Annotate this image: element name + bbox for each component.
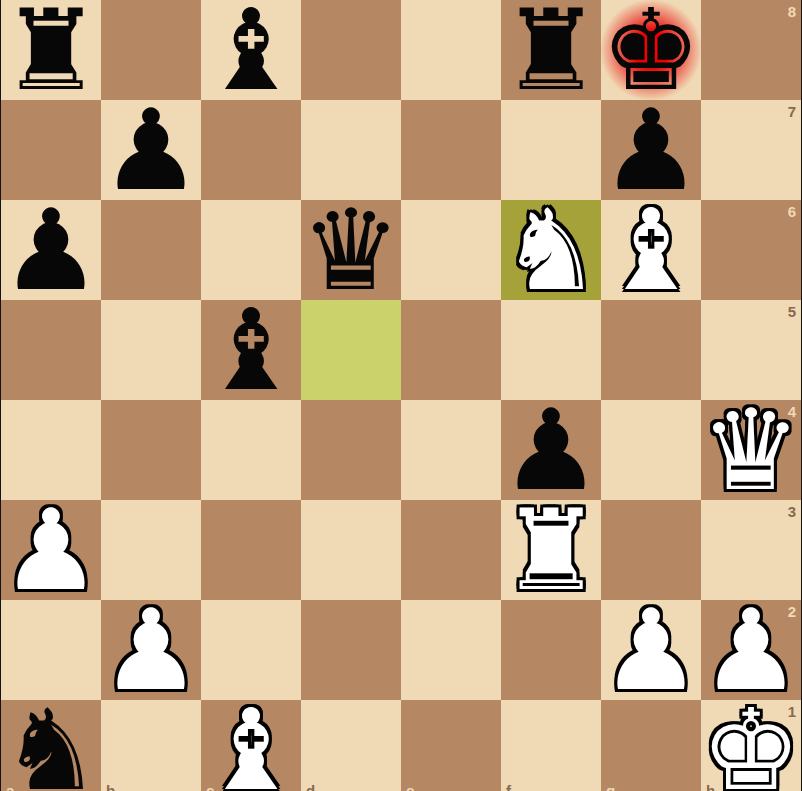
square-e7[interactable] — [401, 100, 501, 200]
square-f6[interactable]: ♞ — [501, 200, 601, 300]
square-c4[interactable] — [201, 400, 301, 500]
white-rook[interactable]: ♜ — [501, 500, 601, 600]
square-g4[interactable] — [601, 400, 701, 500]
black-bishop[interactable]: ♝ — [201, 0, 301, 100]
white-pawn[interactable]: ♟ — [601, 600, 701, 700]
square-d1[interactable]: d — [301, 700, 401, 791]
file-label-e: e — [406, 782, 414, 791]
square-b6[interactable] — [101, 200, 201, 300]
black-pawn[interactable]: ♟ — [1, 200, 101, 300]
square-g2[interactable]: ♟ — [601, 600, 701, 700]
square-d4[interactable] — [301, 400, 401, 500]
black-rook[interactable]: ♜ — [1, 0, 101, 100]
file-label-b: b — [106, 782, 115, 791]
square-e6[interactable] — [401, 200, 501, 300]
square-e1[interactable]: e — [401, 700, 501, 791]
square-h1[interactable]: ♚1h — [701, 700, 801, 791]
rank-label-8: 8 — [788, 3, 796, 20]
square-h8[interactable]: 8 — [701, 0, 801, 100]
square-c1[interactable]: ♝c — [201, 700, 301, 791]
black-pawn[interactable]: ♟ — [101, 100, 201, 200]
black-bishop[interactable]: ♝ — [201, 300, 301, 400]
square-f3[interactable]: ♜ — [501, 500, 601, 600]
square-a6[interactable]: ♟ — [1, 200, 101, 300]
square-h7[interactable]: 7 — [701, 100, 801, 200]
white-pawn[interactable]: ♟ — [1, 500, 101, 600]
square-e3[interactable] — [401, 500, 501, 600]
file-label-f: f — [506, 782, 511, 791]
square-b7[interactable]: ♟ — [101, 100, 201, 200]
rank-label-6: 6 — [788, 203, 796, 220]
square-e8[interactable] — [401, 0, 501, 100]
square-e2[interactable] — [401, 600, 501, 700]
square-h4[interactable]: ♛4 — [701, 400, 801, 500]
black-knight[interactable]: ♞ — [1, 700, 101, 791]
square-b2[interactable]: ♟ — [101, 600, 201, 700]
white-pawn[interactable]: ♟ — [101, 600, 201, 700]
square-b5[interactable] — [101, 300, 201, 400]
white-king[interactable]: ♚ — [701, 700, 801, 791]
white-bishop[interactable]: ♝ — [201, 700, 301, 791]
square-g5[interactable] — [601, 300, 701, 400]
square-h6[interactable]: 6 — [701, 200, 801, 300]
square-a1[interactable]: ♞a — [1, 700, 101, 791]
square-d5[interactable] — [301, 300, 401, 400]
square-a3[interactable]: ♟ — [1, 500, 101, 600]
square-c7[interactable] — [201, 100, 301, 200]
white-knight[interactable]: ♞ — [501, 200, 601, 300]
white-queen[interactable]: ♛ — [701, 400, 801, 500]
black-queen[interactable]: ♛ — [301, 200, 401, 300]
square-g6[interactable]: ♝ — [601, 200, 701, 300]
black-rook[interactable]: ♜ — [501, 0, 601, 100]
square-f2[interactable] — [501, 600, 601, 700]
chess-board: ♜♝♜♚8♟♟7♟♛♞♝6♝5♟♛4♟♜3♟♟♟2♞ab♝cdefg♚1h — [1, 0, 801, 791]
square-a8[interactable]: ♜ — [1, 0, 101, 100]
square-f8[interactable]: ♜ — [501, 0, 601, 100]
square-e4[interactable] — [401, 400, 501, 500]
square-e5[interactable] — [401, 300, 501, 400]
square-c5[interactable]: ♝ — [201, 300, 301, 400]
square-b4[interactable] — [101, 400, 201, 500]
square-d8[interactable] — [301, 0, 401, 100]
square-d2[interactable] — [301, 600, 401, 700]
square-c8[interactable]: ♝ — [201, 0, 301, 100]
rank-label-7: 7 — [788, 103, 796, 120]
file-label-d: d — [306, 782, 315, 791]
square-d6[interactable]: ♛ — [301, 200, 401, 300]
file-label-g: g — [606, 782, 615, 791]
square-c3[interactable] — [201, 500, 301, 600]
square-a5[interactable] — [1, 300, 101, 400]
square-d3[interactable] — [301, 500, 401, 600]
rank-label-5: 5 — [788, 303, 796, 320]
white-bishop[interactable]: ♝ — [601, 200, 701, 300]
square-f1[interactable]: f — [501, 700, 601, 791]
